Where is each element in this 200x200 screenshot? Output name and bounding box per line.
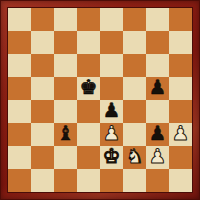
- square-c1[interactable]: [54, 169, 77, 192]
- piece-black-pawn[interactable]: ♟: [103, 100, 121, 122]
- square-a7[interactable]: [8, 31, 31, 54]
- square-d4[interactable]: [77, 100, 100, 123]
- piece-black-pawn[interactable]: ♟: [149, 77, 167, 99]
- square-a5[interactable]: [8, 77, 31, 100]
- square-f7[interactable]: [123, 31, 146, 54]
- piece-white-king[interactable]: ♚: [103, 146, 121, 168]
- square-h3[interactable]: ♟: [169, 123, 192, 146]
- square-c6[interactable]: [54, 54, 77, 77]
- piece-black-bishop[interactable]: ♝: [57, 123, 75, 145]
- square-h8[interactable]: [169, 8, 192, 31]
- chess-app: ♚♟♟♝♟♟♟♚♞♟: [0, 0, 200, 200]
- square-e4[interactable]: ♟: [100, 100, 123, 123]
- square-c4[interactable]: [54, 100, 77, 123]
- square-d3[interactable]: [77, 123, 100, 146]
- square-f5[interactable]: [123, 77, 146, 100]
- square-f2[interactable]: ♞: [123, 146, 146, 169]
- piece-white-pawn[interactable]: ♟: [172, 123, 190, 145]
- square-a2[interactable]: [8, 146, 31, 169]
- square-a8[interactable]: [8, 8, 31, 31]
- square-f4[interactable]: [123, 100, 146, 123]
- piece-black-pawn[interactable]: ♟: [149, 123, 167, 145]
- square-h1[interactable]: [169, 169, 192, 192]
- square-d2[interactable]: [77, 146, 100, 169]
- square-e7[interactable]: [100, 31, 123, 54]
- square-h2[interactable]: [169, 146, 192, 169]
- square-g2[interactable]: ♟: [146, 146, 169, 169]
- square-c2[interactable]: [54, 146, 77, 169]
- square-g8[interactable]: [146, 8, 169, 31]
- chess-board[interactable]: ♚♟♟♝♟♟♟♚♞♟: [8, 8, 192, 192]
- square-a1[interactable]: [8, 169, 31, 192]
- piece-white-pawn[interactable]: ♟: [103, 123, 121, 145]
- square-e3[interactable]: ♟: [100, 123, 123, 146]
- piece-white-knight[interactable]: ♞: [126, 146, 144, 168]
- square-g3[interactable]: ♟: [146, 123, 169, 146]
- square-c5[interactable]: [54, 77, 77, 100]
- square-d5[interactable]: ♚: [77, 77, 100, 100]
- square-b2[interactable]: [31, 146, 54, 169]
- square-c7[interactable]: [54, 31, 77, 54]
- square-d1[interactable]: [77, 169, 100, 192]
- square-h5[interactable]: [169, 77, 192, 100]
- square-g1[interactable]: [146, 169, 169, 192]
- square-b5[interactable]: [31, 77, 54, 100]
- square-d7[interactable]: [77, 31, 100, 54]
- square-g5[interactable]: ♟: [146, 77, 169, 100]
- square-e5[interactable]: [100, 77, 123, 100]
- square-g6[interactable]: [146, 54, 169, 77]
- square-f1[interactable]: [123, 169, 146, 192]
- square-d8[interactable]: [77, 8, 100, 31]
- square-e1[interactable]: [100, 169, 123, 192]
- square-h6[interactable]: [169, 54, 192, 77]
- square-b4[interactable]: [31, 100, 54, 123]
- square-h7[interactable]: [169, 31, 192, 54]
- square-a6[interactable]: [8, 54, 31, 77]
- square-g4[interactable]: [146, 100, 169, 123]
- square-a4[interactable]: [8, 100, 31, 123]
- square-b8[interactable]: [31, 8, 54, 31]
- square-g7[interactable]: [146, 31, 169, 54]
- square-e6[interactable]: [100, 54, 123, 77]
- square-d6[interactable]: [77, 54, 100, 77]
- square-b7[interactable]: [31, 31, 54, 54]
- square-f3[interactable]: [123, 123, 146, 146]
- square-a3[interactable]: [8, 123, 31, 146]
- square-c8[interactable]: [54, 8, 77, 31]
- square-b6[interactable]: [31, 54, 54, 77]
- square-e8[interactable]: [100, 8, 123, 31]
- square-f8[interactable]: [123, 8, 146, 31]
- square-b3[interactable]: [31, 123, 54, 146]
- piece-white-pawn[interactable]: ♟: [149, 146, 167, 168]
- square-b1[interactable]: [31, 169, 54, 192]
- piece-black-king[interactable]: ♚: [80, 77, 98, 99]
- square-h4[interactable]: [169, 100, 192, 123]
- square-c3[interactable]: ♝: [54, 123, 77, 146]
- square-e2[interactable]: ♚: [100, 146, 123, 169]
- square-f6[interactable]: [123, 54, 146, 77]
